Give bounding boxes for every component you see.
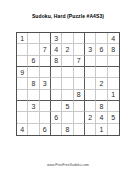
sudoku-cell-r6c9: 1 xyxy=(108,90,119,101)
sudoku-cell-r2c9: 8 xyxy=(108,44,119,55)
sudoku-cell-r6c4 xyxy=(51,90,62,101)
sudoku-cell-r8c8: 4 xyxy=(96,112,107,123)
sudoku-cell-r1c8 xyxy=(96,33,107,44)
sudoku-cell-r7c5: 5 xyxy=(62,101,73,112)
sudoku-cell-r7c8: 8 xyxy=(96,101,107,112)
sudoku-cell-r5c7 xyxy=(85,78,96,89)
sudoku-cell-r3c6: 7 xyxy=(74,56,85,67)
sudoku-cell-r9c6 xyxy=(74,124,85,135)
sudoku-cell-r9c3: 6 xyxy=(40,124,51,135)
sudoku-cell-r8c1 xyxy=(17,112,28,123)
sudoku-cell-r6c7 xyxy=(85,90,96,101)
sudoku-cell-r9c9 xyxy=(108,124,119,135)
sudoku-cell-r7c9 xyxy=(108,101,119,112)
sudoku-cell-r1c4: 3 xyxy=(51,33,62,44)
sudoku-cell-r8c7: 2 xyxy=(85,112,96,123)
sudoku-cell-r5c1 xyxy=(17,78,28,89)
sudoku-page: Sudoku, Hard (Puzzle #A4S3) 134742368687… xyxy=(0,0,136,176)
sudoku-cell-r3c9 xyxy=(108,56,119,67)
sudoku-cell-r1c2 xyxy=(28,33,39,44)
sudoku-cell-r9c2 xyxy=(28,124,39,135)
sudoku-cell-r8c6 xyxy=(74,112,85,123)
sudoku-cell-r7c6 xyxy=(74,101,85,112)
sudoku-cell-r8c3 xyxy=(40,112,51,123)
sudoku-cell-r6c2 xyxy=(28,90,39,101)
sudoku-cell-r7c1 xyxy=(17,101,28,112)
sudoku-cell-r9c4 xyxy=(51,124,62,135)
sudoku-cell-r6c5 xyxy=(62,90,73,101)
sudoku-cell-r4c8 xyxy=(96,67,107,78)
sudoku-cell-r7c2: 3 xyxy=(28,101,39,112)
sudoku-cell-r4c2 xyxy=(28,67,39,78)
sudoku-cell-r4c4 xyxy=(51,67,62,78)
sudoku-cell-r9c8: 1 xyxy=(96,124,107,135)
sudoku-cell-r2c1 xyxy=(17,44,28,55)
sudoku-cell-r2c8: 6 xyxy=(96,44,107,55)
sudoku-cell-r3c4: 8 xyxy=(51,56,62,67)
sudoku-cell-r2c2 xyxy=(28,44,39,55)
sudoku-cell-r1c1: 1 xyxy=(17,33,28,44)
sudoku-cell-r3c3 xyxy=(40,56,51,67)
sudoku-cell-r6c3 xyxy=(40,90,51,101)
sudoku-cell-r3c5 xyxy=(62,56,73,67)
sudoku-cell-r4c1: 9 xyxy=(17,67,28,78)
sudoku-cell-r3c2: 6 xyxy=(28,56,39,67)
sudoku-cell-r1c3 xyxy=(40,33,51,44)
sudoku-cell-r5c2: 8 xyxy=(28,78,39,89)
sudoku-cell-r4c6 xyxy=(74,67,85,78)
sudoku-cell-r2c7: 3 xyxy=(85,44,96,55)
sudoku-cell-r9c1: 4 xyxy=(17,124,28,135)
page-title: Sudoku, Hard (Puzzle #A4S3) xyxy=(0,13,136,19)
sudoku-cell-r8c5 xyxy=(62,112,73,123)
sudoku-cell-r8c9: 5 xyxy=(108,112,119,123)
sudoku-cell-r8c4: 6 xyxy=(51,112,62,123)
sudoku-grid: 13474236868798328135862454681 xyxy=(16,32,120,136)
sudoku-cell-r3c1 xyxy=(17,56,28,67)
sudoku-cell-r2c3: 7 xyxy=(40,44,51,55)
sudoku-cell-r3c7 xyxy=(85,56,96,67)
sudoku-cell-r5c3: 3 xyxy=(40,78,51,89)
sudoku-cell-r4c7 xyxy=(85,67,96,78)
sudoku-cell-r5c9 xyxy=(108,78,119,89)
sudoku-cell-r2c4: 4 xyxy=(51,44,62,55)
sudoku-cell-r8c2 xyxy=(28,112,39,123)
sudoku-cell-r1c5 xyxy=(62,33,73,44)
sudoku-cell-r5c8: 2 xyxy=(96,78,107,89)
footer-url: www.PrintFreeSudoku.com xyxy=(29,163,108,166)
sudoku-cell-r4c3 xyxy=(40,67,51,78)
sudoku-cell-r6c8 xyxy=(96,90,107,101)
sudoku-cell-r2c5: 2 xyxy=(62,44,73,55)
sudoku-cell-r5c5 xyxy=(62,78,73,89)
sudoku-cell-r1c6 xyxy=(74,33,85,44)
sudoku-cell-r5c4 xyxy=(51,78,62,89)
sudoku-cell-r5c6 xyxy=(74,78,85,89)
sudoku-cell-r7c3 xyxy=(40,101,51,112)
sudoku-cell-r6c6: 8 xyxy=(74,90,85,101)
sudoku-cell-r7c7 xyxy=(85,101,96,112)
sudoku-cell-r3c8 xyxy=(96,56,107,67)
sudoku-cell-r4c9 xyxy=(108,67,119,78)
sudoku-cell-r6c1 xyxy=(17,90,28,101)
sudoku-cell-r1c7 xyxy=(85,33,96,44)
sudoku-cell-r4c5 xyxy=(62,67,73,78)
sudoku-cell-r1c9: 4 xyxy=(108,33,119,44)
sudoku-cell-r7c4 xyxy=(51,101,62,112)
sudoku-cell-r9c5: 8 xyxy=(62,124,73,135)
sudoku-cell-r9c7 xyxy=(85,124,96,135)
sudoku-cell-r2c6 xyxy=(74,44,85,55)
